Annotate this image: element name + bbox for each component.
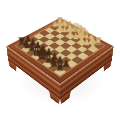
box-foot-south: [49, 91, 60, 105]
piece-light-pawn[interactable]: ♟: [90, 41, 98, 50]
photo-scene: ♜♞♝♛♚♝♞♜♟♟♟♟♟♟♟♟♟♟♟♟♟♟♟♟♜♞♝♛♚♝♞♜: [0, 0, 120, 120]
chess-set: ♜♞♝♛♚♝♞♜♟♟♟♟♟♟♟♟♟♟♟♟♟♟♟♟♜♞♝♛♚♝♞♜: [16, 22, 104, 76]
piece-dark-rook[interactable]: ♜: [55, 62, 65, 73]
box-foot-west: [8, 60, 17, 72]
box-foot-south-right: [60, 91, 71, 105]
